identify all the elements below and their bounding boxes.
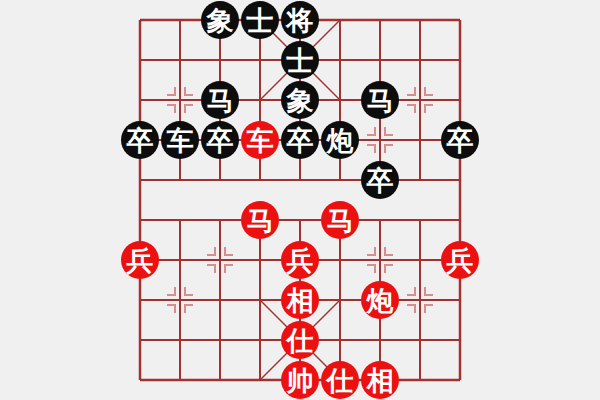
pieces-layer: 象士将士马象马卒车卒车卒炮卒卒马马兵兵兵相炮仕帅仕相 (0, 0, 600, 400)
piece-red-advisor[interactable]: 仕 (281, 321, 319, 359)
piece-red-general[interactable]: 帅 (281, 361, 319, 399)
xiangqi-diagram: 象士将士马象马卒车卒车卒炮卒卒马马兵兵兵相炮仕帅仕相 (0, 0, 600, 400)
piece-black-general[interactable]: 将 (281, 1, 319, 39)
piece-black-elephant[interactable]: 象 (201, 1, 239, 39)
piece-black-soldier[interactable]: 卒 (121, 121, 159, 159)
piece-red-elephant[interactable]: 相 (361, 361, 399, 399)
piece-red-elephant[interactable]: 相 (281, 281, 319, 319)
piece-black-elephant[interactable]: 象 (281, 81, 319, 119)
piece-red-chariot[interactable]: 车 (241, 121, 279, 159)
piece-black-chariot[interactable]: 车 (161, 121, 199, 159)
piece-black-soldier[interactable]: 卒 (361, 161, 399, 199)
piece-red-soldier[interactable]: 兵 (121, 241, 159, 279)
piece-red-soldier[interactable]: 兵 (441, 241, 479, 279)
piece-red-soldier[interactable]: 兵 (281, 241, 319, 279)
piece-black-soldier[interactable]: 卒 (441, 121, 479, 159)
piece-black-horse[interactable]: 马 (361, 81, 399, 119)
piece-black-cannon[interactable]: 炮 (321, 121, 359, 159)
piece-black-advisor[interactable]: 士 (281, 41, 319, 79)
piece-black-soldier[interactable]: 卒 (281, 121, 319, 159)
piece-black-horse[interactable]: 马 (201, 81, 239, 119)
piece-red-horse[interactable]: 马 (321, 201, 359, 239)
piece-black-soldier[interactable]: 卒 (201, 121, 239, 159)
piece-red-advisor[interactable]: 仕 (321, 361, 359, 399)
piece-red-horse[interactable]: 马 (241, 201, 279, 239)
piece-black-advisor[interactable]: 士 (241, 1, 279, 39)
piece-red-cannon[interactable]: 炮 (361, 281, 399, 319)
